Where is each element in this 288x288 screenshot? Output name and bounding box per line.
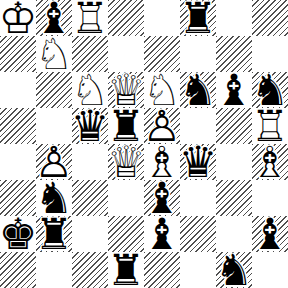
square-c5[interactable]: ♛♛ <box>72 108 108 144</box>
square-b8[interactable]: ♝♝ <box>36 0 72 36</box>
square-d3[interactable] <box>108 180 144 216</box>
square-g1[interactable]: ♞♞ <box>216 252 252 288</box>
square-c1[interactable] <box>72 252 108 288</box>
square-d7[interactable] <box>108 36 144 72</box>
piece-bB: ♝ <box>216 72 252 108</box>
square-g2[interactable] <box>216 216 252 252</box>
square-h8[interactable] <box>252 0 288 36</box>
piece-halo: ♞ <box>144 72 180 108</box>
square-c2[interactable] <box>72 216 108 252</box>
piece-halo: ♜ <box>72 0 108 36</box>
piece-bN: ♞ <box>180 72 216 108</box>
piece-bB: ♝ <box>252 216 288 252</box>
piece-halo: ♜ <box>180 0 216 36</box>
piece-bN: ♞ <box>216 252 252 288</box>
piece-halo: ♞ <box>36 180 72 216</box>
piece-bR: ♜ <box>180 0 216 36</box>
piece-halo: ♛ <box>108 144 144 180</box>
piece-wQ: ♕ <box>108 144 144 180</box>
square-a3[interactable] <box>0 180 36 216</box>
square-e8[interactable] <box>144 0 180 36</box>
square-g3[interactable] <box>216 180 252 216</box>
square-f7[interactable] <box>180 36 216 72</box>
piece-bK: ♚ <box>0 216 36 252</box>
piece-halo: ♝ <box>252 144 288 180</box>
square-f4[interactable]: ♛♛ <box>180 144 216 180</box>
square-f6[interactable]: ♞♞ <box>180 72 216 108</box>
square-a6[interactable] <box>0 72 36 108</box>
square-c3[interactable] <box>72 180 108 216</box>
square-f3[interactable] <box>180 180 216 216</box>
square-a8[interactable]: ♚♔ <box>0 0 36 36</box>
square-a1[interactable] <box>0 252 36 288</box>
square-f1[interactable] <box>180 252 216 288</box>
piece-wR: ♖ <box>252 108 288 144</box>
piece-wN: ♘ <box>36 36 72 72</box>
square-h2[interactable]: ♝♝ <box>252 216 288 252</box>
square-h3[interactable] <box>252 180 288 216</box>
square-e2[interactable]: ♝♝ <box>144 216 180 252</box>
square-f5[interactable] <box>180 108 216 144</box>
square-b6[interactable] <box>36 72 72 108</box>
piece-halo: ♝ <box>144 144 180 180</box>
piece-halo: ♝ <box>216 72 252 108</box>
piece-halo: ♛ <box>108 72 144 108</box>
square-h1[interactable] <box>252 252 288 288</box>
square-d2[interactable] <box>108 216 144 252</box>
piece-wN: ♘ <box>72 72 108 108</box>
square-a4[interactable] <box>0 144 36 180</box>
square-b2[interactable]: ♜♜ <box>36 216 72 252</box>
piece-bB: ♝ <box>144 216 180 252</box>
piece-bR: ♜ <box>108 108 144 144</box>
piece-halo: ♞ <box>216 252 252 288</box>
square-e3[interactable]: ♝♝ <box>144 180 180 216</box>
square-b4[interactable]: ♟♙ <box>36 144 72 180</box>
square-h7[interactable] <box>252 36 288 72</box>
piece-bQ: ♛ <box>72 108 108 144</box>
piece-bN: ♞ <box>252 72 288 108</box>
square-g7[interactable] <box>216 36 252 72</box>
piece-halo: ♚ <box>0 0 36 36</box>
piece-halo: ♞ <box>72 72 108 108</box>
square-e5[interactable]: ♟♙ <box>144 108 180 144</box>
square-b3[interactable]: ♞♞ <box>36 180 72 216</box>
piece-halo: ♞ <box>252 72 288 108</box>
square-g5[interactable] <box>216 108 252 144</box>
piece-halo: ♜ <box>108 252 144 288</box>
chess-board: ♚♔♝♝♜♖♜♜♞♘♞♘♛♕♞♘♞♞♝♝♞♞♛♛♜♜♟♙♜♖♟♙♛♕♝♗♛♛♝♗… <box>0 0 288 288</box>
square-c6[interactable]: ♞♘ <box>72 72 108 108</box>
piece-halo: ♚ <box>0 216 36 252</box>
square-e6[interactable]: ♞♘ <box>144 72 180 108</box>
piece-wN: ♘ <box>144 72 180 108</box>
piece-bQ: ♛ <box>180 144 216 180</box>
square-b7[interactable]: ♞♘ <box>36 36 72 72</box>
piece-wR: ♖ <box>72 0 108 36</box>
piece-halo: ♝ <box>36 0 72 36</box>
piece-halo: ♝ <box>144 216 180 252</box>
piece-halo: ♛ <box>180 144 216 180</box>
piece-bB: ♝ <box>144 180 180 216</box>
piece-wK: ♔ <box>0 0 36 36</box>
piece-halo: ♜ <box>108 108 144 144</box>
square-g8[interactable] <box>216 0 252 36</box>
piece-halo: ♜ <box>36 216 72 252</box>
square-g6[interactable]: ♝♝ <box>216 72 252 108</box>
piece-halo: ♞ <box>180 72 216 108</box>
square-a7[interactable] <box>0 36 36 72</box>
piece-halo: ♟ <box>144 108 180 144</box>
piece-wP: ♙ <box>36 144 72 180</box>
square-d6[interactable]: ♛♕ <box>108 72 144 108</box>
square-e7[interactable] <box>144 36 180 72</box>
piece-bR: ♜ <box>36 216 72 252</box>
piece-halo: ♟ <box>36 144 72 180</box>
piece-bB: ♝ <box>36 0 72 36</box>
piece-bR: ♜ <box>108 252 144 288</box>
square-d1[interactable]: ♜♜ <box>108 252 144 288</box>
piece-halo: ♞ <box>36 36 72 72</box>
square-d5[interactable]: ♜♜ <box>108 108 144 144</box>
square-g4[interactable] <box>216 144 252 180</box>
square-h5[interactable]: ♜♖ <box>252 108 288 144</box>
piece-wB: ♗ <box>252 144 288 180</box>
piece-bN: ♞ <box>36 180 72 216</box>
square-c4[interactable] <box>72 144 108 180</box>
square-f8[interactable]: ♜♜ <box>180 0 216 36</box>
square-h6[interactable]: ♞♞ <box>252 72 288 108</box>
square-c8[interactable]: ♜♖ <box>72 0 108 36</box>
square-a5[interactable] <box>0 108 36 144</box>
square-d8[interactable] <box>108 0 144 36</box>
square-h4[interactable]: ♝♗ <box>252 144 288 180</box>
square-c7[interactable] <box>72 36 108 72</box>
piece-halo: ♝ <box>252 216 288 252</box>
square-d4[interactable]: ♛♕ <box>108 144 144 180</box>
square-e1[interactable] <box>144 252 180 288</box>
piece-halo: ♜ <box>252 108 288 144</box>
square-b5[interactable] <box>36 108 72 144</box>
piece-wP: ♙ <box>144 108 180 144</box>
piece-halo: ♛ <box>72 108 108 144</box>
piece-wB: ♗ <box>144 144 180 180</box>
piece-halo: ♝ <box>144 180 180 216</box>
square-b1[interactable] <box>36 252 72 288</box>
square-f2[interactable] <box>180 216 216 252</box>
piece-wQ: ♕ <box>108 72 144 108</box>
square-e4[interactable]: ♝♗ <box>144 144 180 180</box>
square-a2[interactable]: ♚♚ <box>0 216 36 252</box>
